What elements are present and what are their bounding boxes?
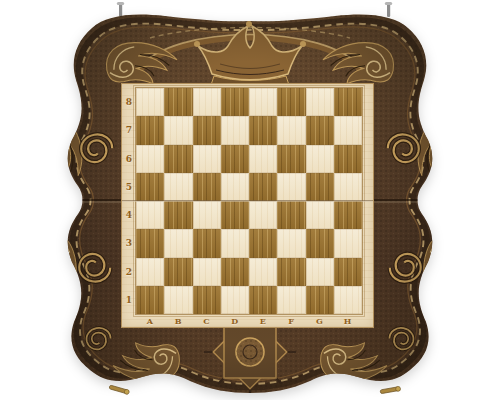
square-c3[interactable] <box>193 229 221 257</box>
square-c2[interactable] <box>193 258 221 286</box>
board-fold-seam <box>122 200 373 202</box>
square-e3[interactable] <box>249 229 277 257</box>
latch-hook-right <box>380 386 401 394</box>
square-a8[interactable] <box>136 88 164 116</box>
square-g2[interactable] <box>306 258 334 286</box>
square-b1[interactable] <box>164 286 192 314</box>
square-b7[interactable] <box>164 116 192 144</box>
file-label-e: E <box>249 314 277 327</box>
square-d1[interactable] <box>221 286 249 314</box>
rank-label-8: 8 <box>123 88 135 116</box>
square-e8[interactable] <box>249 88 277 116</box>
square-a1[interactable] <box>136 286 164 314</box>
file-label-g: G <box>306 314 334 327</box>
square-d3[interactable] <box>221 229 249 257</box>
square-d4[interactable] <box>221 201 249 229</box>
file-label-c: C <box>193 314 221 327</box>
square-d2[interactable] <box>221 258 249 286</box>
square-b5[interactable] <box>164 173 192 201</box>
square-h3[interactable] <box>334 229 362 257</box>
square-c5[interactable] <box>193 173 221 201</box>
rank-label-3: 3 <box>123 229 135 257</box>
square-h5[interactable] <box>334 173 362 201</box>
square-h7[interactable] <box>334 116 362 144</box>
square-g7[interactable] <box>306 116 334 144</box>
square-e6[interactable] <box>249 145 277 173</box>
square-b8[interactable] <box>164 88 192 116</box>
square-f7[interactable] <box>277 116 305 144</box>
square-f2[interactable] <box>277 258 305 286</box>
square-b6[interactable] <box>164 145 192 173</box>
square-f4[interactable] <box>277 201 305 229</box>
latch-hook-left <box>109 385 130 395</box>
square-f5[interactable] <box>277 173 305 201</box>
square-c8[interactable] <box>193 88 221 116</box>
chess-board: 87654321 ABCDEFGH <box>122 84 373 327</box>
square-h6[interactable] <box>334 145 362 173</box>
square-a4[interactable] <box>136 201 164 229</box>
chess-board-photo: 87654321 ABCDEFGH <box>0 0 500 400</box>
file-label-a: A <box>136 314 164 327</box>
square-a2[interactable] <box>136 258 164 286</box>
square-e4[interactable] <box>249 201 277 229</box>
file-label-f: F <box>277 314 305 327</box>
file-label-b: B <box>164 314 192 327</box>
square-g5[interactable] <box>306 173 334 201</box>
square-e5[interactable] <box>249 173 277 201</box>
rank-label-1: 1 <box>123 286 135 314</box>
square-f6[interactable] <box>277 145 305 173</box>
square-g8[interactable] <box>306 88 334 116</box>
hinge-pin-right <box>385 2 392 17</box>
file-label-h: H <box>334 314 362 327</box>
square-c7[interactable] <box>193 116 221 144</box>
rank-label-6: 6 <box>123 145 135 173</box>
square-e2[interactable] <box>249 258 277 286</box>
square-d6[interactable] <box>221 145 249 173</box>
square-h1[interactable] <box>334 286 362 314</box>
square-h4[interactable] <box>334 201 362 229</box>
rank-label-4: 4 <box>123 201 135 229</box>
square-f3[interactable] <box>277 229 305 257</box>
square-h8[interactable] <box>334 88 362 116</box>
square-f8[interactable] <box>277 88 305 116</box>
square-e7[interactable] <box>249 116 277 144</box>
square-g3[interactable] <box>306 229 334 257</box>
square-c1[interactable] <box>193 286 221 314</box>
square-d7[interactable] <box>221 116 249 144</box>
square-h2[interactable] <box>334 258 362 286</box>
square-a7[interactable] <box>136 116 164 144</box>
square-d5[interactable] <box>221 173 249 201</box>
rank-label-2: 2 <box>123 258 135 286</box>
square-c4[interactable] <box>193 201 221 229</box>
square-d8[interactable] <box>221 88 249 116</box>
square-b2[interactable] <box>164 258 192 286</box>
square-a6[interactable] <box>136 145 164 173</box>
square-a3[interactable] <box>136 229 164 257</box>
square-a5[interactable] <box>136 173 164 201</box>
hinge-pin-left <box>117 2 124 17</box>
square-g4[interactable] <box>306 201 334 229</box>
square-f1[interactable] <box>277 286 305 314</box>
square-e1[interactable] <box>249 286 277 314</box>
rank-label-5: 5 <box>123 173 135 201</box>
square-g1[interactable] <box>306 286 334 314</box>
square-g6[interactable] <box>306 145 334 173</box>
rank-label-7: 7 <box>123 116 135 144</box>
square-b4[interactable] <box>164 201 192 229</box>
square-c6[interactable] <box>193 145 221 173</box>
square-b3[interactable] <box>164 229 192 257</box>
file-label-d: D <box>221 314 249 327</box>
